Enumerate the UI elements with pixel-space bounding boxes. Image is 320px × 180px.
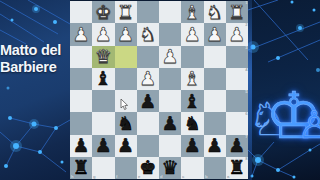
square-d3[interactable]: ♟ xyxy=(159,46,181,68)
square-b7[interactable]: ♟ xyxy=(204,135,226,157)
square-d2[interactable] xyxy=(159,23,181,45)
square-h5[interactable] xyxy=(70,90,92,112)
square-g8[interactable]: g xyxy=(92,157,114,179)
square-e3[interactable] xyxy=(137,46,159,68)
piece-bP-a7[interactable]: ♟ xyxy=(228,136,245,155)
square-h3[interactable] xyxy=(70,46,92,68)
piece-bP-f7[interactable]: ♟ xyxy=(117,136,134,155)
square-a6[interactable]: 6 xyxy=(226,112,248,134)
file-label-g: g xyxy=(93,175,96,179)
square-f2[interactable]: ♟ xyxy=(115,23,137,45)
piece-wP-c2[interactable]: ♟ xyxy=(184,24,201,43)
square-e8[interactable]: ♚e xyxy=(137,157,159,179)
piece-wP-b2[interactable]: ♟ xyxy=(206,24,223,43)
right-panel: ♘ ♔ ♙ xyxy=(248,0,320,180)
panel-edge-glow xyxy=(248,0,252,180)
piece-wP-e4[interactable]: ♟ xyxy=(139,69,156,88)
title-line-2: Barbiere xyxy=(0,59,70,76)
square-h2[interactable]: ♟ xyxy=(70,23,92,45)
square-b4[interactable] xyxy=(204,68,226,90)
piece-wR-a1[interactable]: ♜ xyxy=(228,2,245,21)
square-h4[interactable] xyxy=(70,68,92,90)
square-h1[interactable] xyxy=(70,1,92,23)
piece-wP-g2[interactable]: ♟ xyxy=(95,24,112,43)
square-g5[interactable] xyxy=(92,90,114,112)
piece-bP-g7[interactable]: ♟ xyxy=(95,136,112,155)
square-c4[interactable]: ♝ xyxy=(181,68,203,90)
piece-bB-c5[interactable]: ♝ xyxy=(184,91,201,110)
square-f6[interactable]: ♞ xyxy=(115,112,137,134)
square-d8[interactable]: ♛d xyxy=(159,157,181,179)
piece-bN-c6[interactable]: ♞ xyxy=(184,113,201,132)
square-a2[interactable]: ♟2 xyxy=(226,23,248,45)
square-b5[interactable] xyxy=(204,90,226,112)
square-e4[interactable]: ♟ xyxy=(137,68,159,90)
square-h8[interactable]: ♜h xyxy=(70,157,92,179)
piece-wB-c4[interactable]: ♝ xyxy=(184,69,201,88)
title: Matto del Barbiere xyxy=(0,42,70,76)
piece-bP-h7[interactable]: ♟ xyxy=(73,136,90,155)
square-f8[interactable]: f xyxy=(115,157,137,179)
square-e1[interactable] xyxy=(137,1,159,23)
square-a7[interactable]: ♟7 xyxy=(226,135,248,157)
square-g4[interactable]: ♝ xyxy=(92,68,114,90)
network-decoration-left xyxy=(0,0,70,180)
piece-bR-a8[interactable]: ♜ xyxy=(228,158,245,177)
square-e5[interactable]: ♟ xyxy=(137,90,159,112)
square-c6[interactable]: ♞ xyxy=(181,112,203,134)
square-c3[interactable] xyxy=(181,46,203,68)
square-d1[interactable] xyxy=(159,1,181,23)
square-d5[interactable] xyxy=(159,90,181,112)
piece-wB-c1[interactable]: ♝ xyxy=(184,2,201,21)
piece-bR-h8[interactable]: ♜ xyxy=(73,158,90,177)
square-b1[interactable]: ♞ xyxy=(204,1,226,23)
piece-wK-g1[interactable]: ♚ xyxy=(95,2,112,21)
square-g1[interactable]: ♚ xyxy=(92,1,114,23)
square-b6[interactable] xyxy=(204,112,226,134)
square-a5[interactable]: 5 xyxy=(226,90,248,112)
video-thumbnail: Matto del Barbiere ♚♜♝♞♜1♟♟♟♞♟♟♟2♛♟3♝♟♝4… xyxy=(0,0,320,180)
file-label-b: b xyxy=(205,175,208,179)
piece-wN-e2[interactable]: ♞ xyxy=(139,24,156,43)
neon-pawn-icon: ♙ xyxy=(297,106,320,144)
square-g3[interactable]: ♛ xyxy=(92,46,114,68)
square-b3[interactable] xyxy=(204,46,226,68)
square-h6[interactable] xyxy=(70,112,92,134)
square-c7[interactable]: ♟ xyxy=(181,135,203,157)
piece-bN-f6[interactable]: ♞ xyxy=(117,113,134,132)
piece-wP-a2[interactable]: ♟ xyxy=(228,24,245,43)
piece-bB-g4[interactable]: ♝ xyxy=(95,69,112,88)
square-e6[interactable] xyxy=(137,112,159,134)
square-a4[interactable]: 4 xyxy=(226,68,248,90)
square-c2[interactable]: ♟ xyxy=(181,23,203,45)
square-a1[interactable]: ♜1 xyxy=(226,1,248,23)
file-label-f: f xyxy=(116,175,117,179)
square-g6[interactable] xyxy=(92,112,114,134)
square-c8[interactable]: c xyxy=(181,157,203,179)
square-f1[interactable]: ♜ xyxy=(115,1,137,23)
piece-bP-c7[interactable]: ♟ xyxy=(184,136,201,155)
left-panel: Matto del Barbiere xyxy=(0,0,70,180)
piece-wP-d3[interactable]: ♟ xyxy=(162,47,179,66)
piece-bK-e8[interactable]: ♚ xyxy=(139,158,156,177)
square-d4[interactable] xyxy=(159,68,181,90)
file-label-c: c xyxy=(182,175,184,179)
title-line-1: Matto del xyxy=(0,42,70,59)
square-d6[interactable]: ♟ xyxy=(159,112,181,134)
square-b2[interactable]: ♟ xyxy=(204,23,226,45)
piece-wP-h2[interactable]: ♟ xyxy=(73,24,90,43)
piece-bP-b7[interactable]: ♟ xyxy=(206,136,223,155)
square-g7[interactable]: ♟ xyxy=(92,135,114,157)
square-f7[interactable]: ♟ xyxy=(115,135,137,157)
square-a3[interactable]: 3 xyxy=(226,46,248,68)
square-d7[interactable] xyxy=(159,135,181,157)
square-a8[interactable]: ♜8a xyxy=(226,157,248,179)
piece-bP-d6[interactable]: ♟ xyxy=(162,113,179,132)
piece-bP-e5[interactable]: ♟ xyxy=(139,91,156,110)
square-e7[interactable] xyxy=(137,135,159,157)
square-f3[interactable] xyxy=(115,46,137,68)
square-f5[interactable] xyxy=(115,90,137,112)
piece-bQ-d8[interactable]: ♛ xyxy=(162,158,179,177)
square-e2[interactable]: ♞ xyxy=(137,23,159,45)
square-h7[interactable]: ♟ xyxy=(70,135,92,157)
square-b8[interactable]: b xyxy=(204,157,226,179)
chess-board[interactable]: ♚♜♝♞♜1♟♟♟♞♟♟♟2♛♟3♝♟♝4♟♝5♞♟♞6♟♟♟♟♟♟7♜hgf♚… xyxy=(70,1,248,179)
square-c5[interactable]: ♝ xyxy=(181,90,203,112)
square-c1[interactable]: ♝ xyxy=(181,1,203,23)
piece-wP-f2[interactable]: ♟ xyxy=(117,24,134,43)
square-f4[interactable] xyxy=(115,68,137,90)
piece-wN-b1[interactable]: ♞ xyxy=(206,2,223,21)
piece-wR-f1[interactable]: ♜ xyxy=(117,2,134,21)
square-g2[interactable]: ♟ xyxy=(92,23,114,45)
piece-wQ-g3[interactable]: ♛ xyxy=(95,47,112,66)
